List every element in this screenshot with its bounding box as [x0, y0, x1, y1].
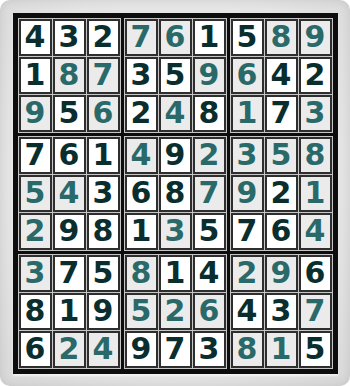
cell-r8c6[interactable]: 6	[193, 293, 226, 330]
cell-r4c2[interactable]: 6	[53, 137, 86, 174]
cell-r9c9[interactable]: 5	[299, 331, 332, 368]
cell-r2c7[interactable]: 6	[231, 57, 264, 94]
cell-r3c5[interactable]: 4	[159, 95, 192, 132]
cell-r3c8[interactable]: 7	[265, 95, 298, 132]
cell-r5c3[interactable]: 3	[87, 175, 120, 212]
cell-r3c1[interactable]: 9	[19, 95, 52, 132]
cell-r1c2[interactable]: 3	[53, 19, 86, 56]
cell-r5c1[interactable]: 5	[19, 175, 52, 212]
cell-r1c3[interactable]: 2	[87, 19, 120, 56]
cell-r4c6[interactable]: 2	[193, 137, 226, 174]
cell-r9c7[interactable]: 8	[231, 331, 264, 368]
cell-r5c8[interactable]: 2	[265, 175, 298, 212]
cell-r6c3[interactable]: 8	[87, 213, 120, 250]
cell-r4c8[interactable]: 5	[265, 137, 298, 174]
cell-r2c9[interactable]: 2	[299, 57, 332, 94]
cell-r6c2[interactable]: 9	[53, 213, 86, 250]
cell-r9c1[interactable]: 6	[19, 331, 52, 368]
cell-r9c2[interactable]: 2	[53, 331, 86, 368]
cell-r7c8[interactable]: 9	[265, 255, 298, 292]
cell-r8c8[interactable]: 3	[265, 293, 298, 330]
cell-r2c3[interactable]: 7	[87, 57, 120, 94]
cell-r9c6[interactable]: 3	[193, 331, 226, 368]
cell-r7c3[interactable]: 5	[87, 255, 120, 292]
cell-r6c1[interactable]: 2	[19, 213, 52, 250]
cell-r5c4[interactable]: 6	[125, 175, 158, 212]
sudoku-panel: 4321879567613592485896421737615432984926…	[0, 0, 350, 386]
cell-r7c4[interactable]: 8	[125, 255, 158, 292]
cell-r5c6[interactable]: 7	[193, 175, 226, 212]
cell-r8c3[interactable]: 9	[87, 293, 120, 330]
cell-r8c1[interactable]: 8	[19, 293, 52, 330]
cell-r3c6[interactable]: 8	[193, 95, 226, 132]
cell-r9c3[interactable]: 4	[87, 331, 120, 368]
cell-r5c9[interactable]: 1	[299, 175, 332, 212]
cell-r3c9[interactable]: 3	[299, 95, 332, 132]
cell-r6c9[interactable]: 4	[299, 213, 332, 250]
cell-r3c4[interactable]: 2	[125, 95, 158, 132]
cell-r3c3[interactable]: 6	[87, 95, 120, 132]
cell-r8c2[interactable]: 1	[53, 293, 86, 330]
cell-r4c4[interactable]: 4	[125, 137, 158, 174]
cell-r7c2[interactable]: 7	[53, 255, 86, 292]
cell-r4c9[interactable]: 8	[299, 137, 332, 174]
cell-r8c5[interactable]: 2	[159, 293, 192, 330]
cell-r5c2[interactable]: 4	[53, 175, 86, 212]
block-9: 296437815	[230, 254, 333, 369]
cell-r8c4[interactable]: 5	[125, 293, 158, 330]
block-3: 589642173	[230, 18, 333, 133]
cell-r8c7[interactable]: 4	[231, 293, 264, 330]
cell-r6c4[interactable]: 1	[125, 213, 158, 250]
sudoku-board: 4321879567613592485896421737615432984926…	[13, 13, 338, 374]
cell-r2c6[interactable]: 9	[193, 57, 226, 94]
cell-r1c1[interactable]: 4	[19, 19, 52, 56]
cell-r6c5[interactable]: 3	[159, 213, 192, 250]
block-6: 358921764	[230, 136, 333, 251]
cell-r7c5[interactable]: 1	[159, 255, 192, 292]
cell-r5c5[interactable]: 8	[159, 175, 192, 212]
cell-r1c7[interactable]: 5	[231, 19, 264, 56]
cell-r6c8[interactable]: 6	[265, 213, 298, 250]
cell-r1c6[interactable]: 1	[193, 19, 226, 56]
cell-r2c4[interactable]: 3	[125, 57, 158, 94]
cell-r6c6[interactable]: 5	[193, 213, 226, 250]
cell-r3c7[interactable]: 1	[231, 95, 264, 132]
cell-r3c2[interactable]: 5	[53, 95, 86, 132]
cell-r2c8[interactable]: 4	[265, 57, 298, 94]
cell-r2c1[interactable]: 1	[19, 57, 52, 94]
cell-r1c4[interactable]: 7	[125, 19, 158, 56]
cell-r9c5[interactable]: 7	[159, 331, 192, 368]
cell-r1c9[interactable]: 9	[299, 19, 332, 56]
cell-r5c7[interactable]: 9	[231, 175, 264, 212]
block-1: 432187956	[18, 18, 121, 133]
cell-r2c2[interactable]: 8	[53, 57, 86, 94]
block-8: 814526973	[124, 254, 227, 369]
cell-r8c9[interactable]: 7	[299, 293, 332, 330]
cell-r9c8[interactable]: 1	[265, 331, 298, 368]
block-5: 492687135	[124, 136, 227, 251]
cell-r2c5[interactable]: 5	[159, 57, 192, 94]
cell-r1c8[interactable]: 8	[265, 19, 298, 56]
cell-r4c5[interactable]: 9	[159, 137, 192, 174]
block-4: 761543298	[18, 136, 121, 251]
cell-r7c1[interactable]: 3	[19, 255, 52, 292]
cell-r7c7[interactable]: 2	[231, 255, 264, 292]
cell-r9c4[interactable]: 9	[125, 331, 158, 368]
cell-r4c1[interactable]: 7	[19, 137, 52, 174]
block-2: 761359248	[124, 18, 227, 133]
cell-r7c9[interactable]: 6	[299, 255, 332, 292]
cell-r4c7[interactable]: 3	[231, 137, 264, 174]
cell-r4c3[interactable]: 1	[87, 137, 120, 174]
cell-r7c6[interactable]: 4	[193, 255, 226, 292]
cell-r1c5[interactable]: 6	[159, 19, 192, 56]
cell-r6c7[interactable]: 7	[231, 213, 264, 250]
block-7: 375819624	[18, 254, 121, 369]
